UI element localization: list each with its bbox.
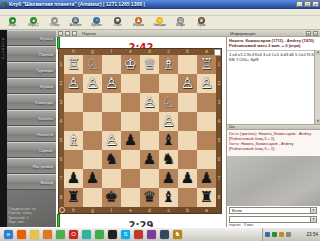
piece-wR-a1[interactable]: ♖ [197, 55, 216, 74]
title-bar[interactable]: Клуб "Шахматная планета" (Amateur) | 127… [0, 0, 320, 9]
toolbar-button-9[interactable]: ▤Инфо [170, 16, 191, 30]
square-h4[interactable] [64, 112, 83, 131]
piece-wB-c1[interactable]: ♗ [159, 55, 178, 74]
sidebar-item-8[interactable]: Сервис [7, 142, 56, 158]
square-d4[interactable] [140, 112, 159, 131]
file-label-top-b: b [178, 48, 197, 55]
game-panel: 2:42 hgfedcba1♖♘♔♕♗♖12♙♙♙♙♙23♙♘34♙45♗♙♟♝… [56, 37, 226, 227]
piece-wP-a2[interactable]: ♙ [197, 74, 216, 93]
toolbar-label: Анализ [66, 24, 86, 28]
square-a4[interactable] [197, 112, 216, 131]
square-c2[interactable] [159, 74, 178, 93]
rank-label-right-7: 7 [216, 169, 222, 188]
player-clock-row: 2:29 [56, 215, 226, 227]
square-d8[interactable]: ♛ [140, 188, 159, 207]
file-label-bottom-h: h [64, 207, 83, 214]
square-d1[interactable]: ♕ [140, 55, 159, 74]
square-d5[interactable] [140, 131, 159, 150]
square-f8[interactable]: ♚ [102, 188, 121, 207]
square-h8[interactable]: ♜ [64, 188, 83, 207]
square-f5[interactable]: ♙ [102, 131, 121, 150]
piece-bN-f6[interactable]: ♞ [102, 150, 121, 169]
square-f6[interactable]: ♞ [102, 150, 121, 169]
folder-icon[interactable] [30, 230, 39, 239]
square-c8[interactable]: ♝ [159, 188, 178, 207]
piece-wP-d3[interactable]: ♙ [140, 93, 159, 112]
app-icon [2, 2, 7, 7]
sidebar-item-10[interactable]: Выход [7, 174, 56, 190]
match-type-line: Рейтинговый матч 3 мин, + 0 (игра) [229, 43, 320, 48]
square-b8[interactable] [178, 188, 197, 207]
sidebar-item-3[interactable]: Турниры [7, 62, 56, 78]
sidebar-status-line-4: Звук: вкл [8, 220, 55, 225]
chevron-down-icon[interactable]: ▼ [310, 217, 316, 222]
tray-icon-4[interactable] [286, 232, 291, 237]
square-c5[interactable]: ♝ [159, 131, 178, 150]
rank-label-right-4: 4 [216, 112, 222, 131]
opponent-clock-row: 2:42 [56, 37, 226, 48]
sidebar-item-1[interactable]: Играть [7, 30, 56, 46]
toolbar-label: Игра 2 [24, 24, 44, 28]
file-label-top-h: h [64, 48, 83, 55]
square-b7[interactable]: ♟ [178, 169, 197, 188]
toolbar-button-1[interactable]: ●Игра [2, 16, 23, 30]
piece-bR-a8[interactable]: ♜ [197, 188, 216, 207]
square-g4[interactable] [83, 112, 102, 131]
square-b6[interactable] [178, 150, 197, 169]
sidebar-item-7[interactable]: Новости [7, 126, 56, 142]
window-minimize-button[interactable]: _ [296, 1, 303, 7]
toolbar-label: Стоп [108, 24, 128, 28]
file-label-bottom-e: e [121, 207, 140, 214]
square-e2[interactable] [121, 74, 140, 93]
piece-wR-h1[interactable]: ♖ [64, 55, 83, 74]
toolbar-label: Эмоции [150, 24, 170, 28]
toolbar-label: Игра [3, 24, 23, 28]
square-c3[interactable]: ♘ [159, 93, 178, 112]
square-g5[interactable] [83, 131, 102, 150]
move-list-scrollbar[interactable]: ▲ ▼ [314, 50, 320, 124]
console-icon[interactable] [108, 230, 117, 239]
square-d7[interactable] [140, 169, 159, 188]
taskbar: 23:54 eOS♞ [0, 227, 320, 241]
rank-label-right-5: 5 [216, 131, 222, 150]
frame-corner [216, 207, 222, 214]
toolbar-button-3[interactable]: ●Обзор [44, 16, 65, 30]
piece-bP-d6[interactable]: ♟ [140, 150, 159, 169]
square-b4[interactable] [178, 112, 197, 131]
white-to-move-indicator [214, 49, 221, 56]
square-a5[interactable] [197, 131, 216, 150]
square-c4[interactable]: ♙ [159, 112, 178, 131]
piece-wP-g2[interactable]: ♙ [83, 74, 102, 93]
square-e4[interactable] [121, 112, 140, 131]
rank-label-right-6: 6 [216, 150, 222, 169]
piece-bP-a7[interactable]: ♟ [197, 169, 216, 188]
tray-icon-3[interactable] [279, 232, 284, 237]
square-h2[interactable]: ♙ [64, 74, 83, 93]
square-f2[interactable]: ♙ [102, 74, 121, 93]
square-b3[interactable] [178, 93, 197, 112]
square-h1[interactable]: ♖ [64, 55, 83, 74]
square-c6[interactable]: ♞ [159, 150, 178, 169]
square-e7[interactable] [121, 169, 140, 188]
sidebar-item-5[interactable]: Команды [7, 94, 56, 110]
chess-board: hgfedcba1♖♘♔♕♗♖12♙♙♙♙♙23♙♘34♙45♗♙♟♝56♞♟♞… [58, 48, 222, 214]
chrome-icon[interactable] [56, 230, 65, 239]
square-e3[interactable] [121, 93, 140, 112]
piece-wN-c3[interactable]: ♘ [159, 93, 178, 112]
player-time-bar [57, 214, 60, 227]
chess-app-icon[interactable]: ♞ [173, 230, 182, 239]
firefox-icon[interactable] [17, 230, 26, 239]
square-e5[interactable]: ♟ [121, 131, 140, 150]
piece-bP-g7[interactable]: ♟ [83, 169, 102, 188]
info-close-button[interactable]: × [313, 31, 318, 36]
move-line-2: Кf6 7.Сh5+ Крf8 [229, 57, 314, 62]
game-tab[interactable]: Партия [82, 30, 96, 37]
file-label-top-c: c [159, 48, 178, 55]
file-label-top-g: g [83, 48, 102, 55]
piece-wP-h2[interactable]: ♙ [64, 74, 83, 93]
square-c1[interactable]: ♗ [159, 55, 178, 74]
toolbar-button-7[interactable]: ♟Игроки [128, 16, 149, 30]
sidebar-item-2[interactable]: Партии [7, 46, 56, 62]
toolbar-button-5[interactable]: ◔Время [86, 16, 107, 30]
panel-header-bar: Партия Информация ▾ × [56, 30, 320, 37]
info-panel-title: Информация [230, 30, 256, 37]
square-c7[interactable]: ♟ [159, 169, 178, 188]
square-h6[interactable] [64, 150, 83, 169]
panel-filler [227, 156, 320, 206]
sidebar-item-6[interactable]: Каналы [7, 110, 56, 126]
dark-app-icon[interactable] [160, 230, 169, 239]
file-label-bottom-c: c [159, 207, 178, 214]
square-a6[interactable] [197, 150, 216, 169]
toolbar-label: Приз [192, 24, 212, 28]
chat-recipient-value: Всем [232, 208, 242, 213]
rank-label-right-1: 1 [216, 55, 222, 74]
sidebar-item-4[interactable]: Игроки [7, 78, 56, 94]
piece-bK-f8[interactable]: ♚ [102, 188, 121, 207]
file-label-top-e: e [121, 48, 140, 55]
piece-bN-c6[interactable]: ♞ [159, 150, 178, 169]
square-d2[interactable] [140, 74, 159, 93]
piece-wK-e1[interactable]: ♔ [121, 55, 140, 74]
square-b2[interactable]: ♙ [178, 74, 197, 93]
left-edge-strip: планета [0, 30, 7, 227]
app-window: Клуб "Шахматная планета" (Amateur) | 127… [0, 0, 320, 241]
skype-icon[interactable]: S [121, 230, 130, 239]
piece-wP-f5[interactable]: ♙ [102, 131, 121, 150]
green-app-icon[interactable] [95, 230, 104, 239]
piece-bP-c7[interactable]: ♟ [159, 169, 178, 188]
piece-bP-b7[interactable]: ♟ [178, 169, 197, 188]
move-list[interactable]: 1.e4 e5 2.Кc3 Кc6 3.c4 Сc5 4.d3 d6 5.Сe2… [227, 50, 320, 124]
square-a2[interactable]: ♙ [197, 74, 216, 93]
square-e6[interactable] [121, 150, 140, 169]
piece-bQ-d8[interactable]: ♛ [140, 188, 159, 207]
square-d6[interactable]: ♟ [140, 150, 159, 169]
tray-icon-2[interactable] [272, 232, 277, 237]
square-f4[interactable] [102, 112, 121, 131]
toolbar-label: Обзор [45, 24, 65, 28]
square-a8[interactable]: ♜ [197, 188, 216, 207]
square-h5[interactable]: ♗ [64, 131, 83, 150]
square-g7[interactable]: ♟ [83, 169, 102, 188]
ie-icon[interactable]: e [4, 230, 13, 239]
panel-button-3[interactable] [72, 31, 77, 36]
piece-wP-b2[interactable]: ♙ [178, 74, 197, 93]
file-label-bottom-d: d [140, 207, 159, 214]
toolbar-button-2[interactable]: ●Игра 2 [23, 16, 44, 30]
square-h3[interactable] [64, 93, 83, 112]
update-icon[interactable] [43, 230, 52, 239]
toolbar-label: Время [87, 24, 107, 28]
file-label-bottom-a: a [197, 207, 216, 214]
piece-bB-c8[interactable]: ♝ [159, 188, 178, 207]
piece-bP-e5[interactable]: ♟ [121, 131, 140, 150]
square-f3[interactable] [102, 93, 121, 112]
file-label-bottom-f: f [102, 207, 121, 214]
window-maximize-button[interactable]: □ [304, 1, 311, 7]
game-header: Никита_Комиссаров (1711) - Andrey (1970)… [227, 37, 320, 50]
opera-icon[interactable]: O [69, 230, 78, 239]
square-g6[interactable] [83, 150, 102, 169]
square-f1[interactable] [102, 55, 121, 74]
sidebar: Соединение: окПартия: блицЗрителей: 1Зву… [7, 30, 56, 227]
panel-button-2[interactable] [65, 31, 70, 36]
toolbar-button-10[interactable]: ♛Приз [191, 16, 212, 30]
toolbar-label: Инфо [171, 24, 191, 28]
toolbar-label: Игроки [129, 24, 149, 28]
piece-wQ-d1[interactable]: ♕ [140, 55, 159, 74]
square-b1[interactable] [178, 55, 197, 74]
square-g8[interactable] [83, 188, 102, 207]
piece-wP-c4[interactable]: ♙ [159, 112, 178, 131]
square-e1[interactable]: ♔ [121, 55, 140, 74]
piece-wB-h5[interactable]: ♗ [64, 131, 83, 150]
square-a3[interactable] [197, 93, 216, 112]
window-close-button[interactable]: × [312, 1, 319, 7]
chat-recipient-select[interactable]: Всем ▼ [229, 207, 317, 214]
vertical-brand-label: планета [1, 38, 6, 60]
square-e8[interactable] [121, 188, 140, 207]
file-label-bottom-g: g [83, 207, 102, 214]
chat-messages: Гость (зритель): Никита_Комиссаров - And… [227, 130, 320, 156]
piece-wN-g1[interactable]: ♘ [83, 55, 102, 74]
sidebar-status-lines: Соединение: окПартия: блицЗрителей: 1Зву… [8, 207, 55, 225]
file-label-top-f: f [102, 48, 121, 55]
menu-bar: ВходВидИнструментыОкноПомощь [0, 9, 320, 16]
panel-button-1[interactable] [58, 31, 63, 36]
info-panel: Никита_Комиссаров (1711) - Andrey (1970)… [226, 37, 320, 227]
info-collapse-button[interactable]: ▾ [306, 31, 311, 36]
square-a1[interactable]: ♖ [197, 55, 216, 74]
system-tray: 23:54 [262, 228, 320, 241]
toolbar-button-6[interactable]: ✖Стоп [107, 16, 128, 30]
sidebar-item-9[interactable]: Настройки [7, 158, 56, 174]
piece-bB-c5[interactable]: ♝ [159, 131, 178, 150]
red-app-icon[interactable] [134, 230, 143, 239]
tray-icon-1[interactable] [265, 232, 270, 237]
toolbar: ●Игра●Игра 2●ОбзорAАнализ◔Время✖Стоп♟Игр… [0, 16, 320, 30]
square-g1[interactable]: ♘ [83, 55, 102, 74]
square-d3[interactable]: ♙ [140, 93, 159, 112]
square-g3[interactable] [83, 93, 102, 112]
toolbar-button-8[interactable]: ☺Эмоции [149, 16, 170, 30]
piece-bP-h7[interactable]: ♟ [64, 169, 83, 188]
file-label-bottom-b: b [178, 207, 197, 214]
file-label-top-d: d [140, 48, 159, 55]
square-a7[interactable]: ♟ [197, 169, 216, 188]
rank-label-right-8: 8 [216, 188, 222, 207]
square-b5[interactable] [178, 131, 197, 150]
purple-app-icon[interactable] [147, 230, 156, 239]
media-icon[interactable] [82, 230, 91, 239]
toolbar-button-4[interactable]: AАнализ [65, 16, 86, 30]
rank-label-right-2: 2 [216, 74, 222, 93]
square-h7[interactable]: ♟ [64, 169, 83, 188]
piece-bR-h8[interactable]: ♜ [64, 188, 83, 207]
rank-label-right-3: 3 [216, 93, 222, 112]
scroll-up-icon[interactable]: ▲ [315, 50, 320, 55]
piece-wP-f2[interactable]: ♙ [102, 74, 121, 93]
square-f7[interactable] [102, 169, 121, 188]
tray-clock: 23:54 [307, 228, 319, 241]
square-g2[interactable]: ♙ [83, 74, 102, 93]
window-title: Клуб "Шахматная планета" (Amateur) | 127… [9, 0, 145, 9]
chat-line-4: [Рейтинговый блиц 3 + 0] [229, 146, 320, 151]
clock-indicator-icon [59, 207, 65, 213]
chevron-down-icon[interactable]: ▼ [310, 208, 316, 213]
